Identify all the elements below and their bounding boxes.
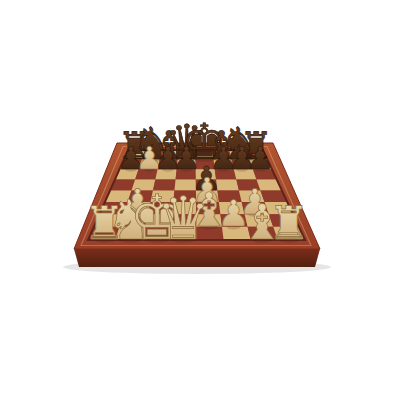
- piece-white-rook-h1: ♜: [268, 196, 310, 250]
- chess-set-photo: ♜♞♝♛♚♝♞♜♟♟♟♟♟♟♟♟♟♟♟♝♟♜♞♚♛♝♜: [0, 0, 400, 400]
- svg-text:♛: ♛: [157, 184, 210, 253]
- svg-text:♜: ♜: [268, 196, 310, 250]
- piece-white-queen-d1: ♛: [157, 184, 210, 253]
- chess-board: ♜♞♝♛♚♝♞♜♟♟♟♟♟♟♟♟♟♟♟♝♟♜♞♚♛♝♜: [0, 0, 400, 400]
- svg-text:♟: ♟: [246, 140, 274, 176]
- piece-black-pawn-h7: ♟: [246, 140, 274, 176]
